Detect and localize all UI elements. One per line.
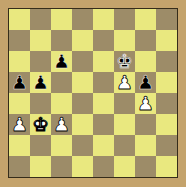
- square-c8[interactable]: [51, 9, 72, 30]
- square-g6[interactable]: [135, 51, 156, 72]
- square-a2[interactable]: [9, 135, 30, 156]
- square-b5[interactable]: ♟: [30, 72, 51, 93]
- square-c6[interactable]: ♟: [51, 51, 72, 72]
- square-d8[interactable]: [72, 9, 93, 30]
- black-pawn[interactable]: ♟: [32, 72, 49, 93]
- square-g5[interactable]: ♟: [135, 72, 156, 93]
- square-b1[interactable]: [30, 156, 51, 177]
- square-c3[interactable]: ♟: [51, 114, 72, 135]
- square-a5[interactable]: ♟: [9, 72, 30, 93]
- white-king[interactable]: ♚: [32, 114, 49, 135]
- square-e4[interactable]: [93, 93, 114, 114]
- square-h6[interactable]: [156, 51, 177, 72]
- square-d4[interactable]: [72, 93, 93, 114]
- square-h7[interactable]: [156, 30, 177, 51]
- square-h8[interactable]: [156, 9, 177, 30]
- square-f3[interactable]: [114, 114, 135, 135]
- square-g1[interactable]: [135, 156, 156, 177]
- square-f7[interactable]: [114, 30, 135, 51]
- square-h1[interactable]: [156, 156, 177, 177]
- square-d5[interactable]: [72, 72, 93, 93]
- square-a8[interactable]: [9, 9, 30, 30]
- square-f6[interactable]: ♚: [114, 51, 135, 72]
- square-d6[interactable]: [72, 51, 93, 72]
- square-a4[interactable]: [9, 93, 30, 114]
- square-g4[interactable]: ♟: [135, 93, 156, 114]
- square-b8[interactable]: [30, 9, 51, 30]
- square-f2[interactable]: [114, 135, 135, 156]
- square-a1[interactable]: [9, 156, 30, 177]
- black-king[interactable]: ♚: [116, 51, 133, 72]
- square-e6[interactable]: [93, 51, 114, 72]
- square-b3[interactable]: ♚: [30, 114, 51, 135]
- square-h4[interactable]: [156, 93, 177, 114]
- square-e3[interactable]: [93, 114, 114, 135]
- square-f1[interactable]: [114, 156, 135, 177]
- square-h5[interactable]: [156, 72, 177, 93]
- square-d2[interactable]: [72, 135, 93, 156]
- square-a7[interactable]: [9, 30, 30, 51]
- square-e5[interactable]: [93, 72, 114, 93]
- square-e1[interactable]: [93, 156, 114, 177]
- square-a3[interactable]: ♟: [9, 114, 30, 135]
- square-d3[interactable]: [72, 114, 93, 135]
- chess-board: ♟♚♟♟♟♟♟♟♚♟: [8, 8, 178, 178]
- square-c4[interactable]: [51, 93, 72, 114]
- white-pawn[interactable]: ♟: [53, 114, 70, 135]
- square-c2[interactable]: [51, 135, 72, 156]
- square-d1[interactable]: [72, 156, 93, 177]
- white-pawn[interactable]: ♟: [11, 114, 28, 135]
- square-g3[interactable]: [135, 114, 156, 135]
- board-frame: ♟♚♟♟♟♟♟♟♚♟: [0, 0, 186, 187]
- square-f4[interactable]: [114, 93, 135, 114]
- square-c7[interactable]: [51, 30, 72, 51]
- square-e7[interactable]: [93, 30, 114, 51]
- square-g8[interactable]: [135, 9, 156, 30]
- white-pawn[interactable]: ♟: [116, 72, 133, 93]
- square-g7[interactable]: [135, 30, 156, 51]
- square-a6[interactable]: [9, 51, 30, 72]
- square-b2[interactable]: [30, 135, 51, 156]
- square-f8[interactable]: [114, 9, 135, 30]
- square-b7[interactable]: [30, 30, 51, 51]
- square-b6[interactable]: [30, 51, 51, 72]
- square-d7[interactable]: [72, 30, 93, 51]
- square-c5[interactable]: [51, 72, 72, 93]
- white-pawn[interactable]: ♟: [137, 93, 154, 114]
- black-pawn[interactable]: ♟: [11, 72, 28, 93]
- square-h3[interactable]: [156, 114, 177, 135]
- black-pawn[interactable]: ♟: [53, 51, 70, 72]
- square-c1[interactable]: [51, 156, 72, 177]
- square-h2[interactable]: [156, 135, 177, 156]
- black-pawn[interactable]: ♟: [137, 72, 154, 93]
- square-g2[interactable]: [135, 135, 156, 156]
- square-e2[interactable]: [93, 135, 114, 156]
- square-f5[interactable]: ♟: [114, 72, 135, 93]
- square-e8[interactable]: [93, 9, 114, 30]
- square-b4[interactable]: [30, 93, 51, 114]
